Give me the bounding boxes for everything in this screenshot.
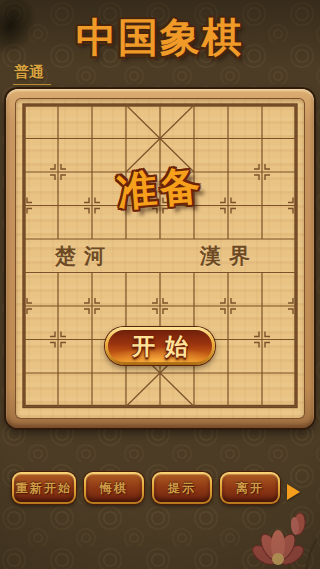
leave-button-label: 离开	[236, 480, 264, 497]
restart-button[interactable]: 重新开始	[12, 472, 76, 504]
toolbar: 重新开始 悔棋 提示 离开	[12, 472, 280, 504]
undo-move-button[interactable]: 悔棋	[84, 472, 144, 504]
restart-button-face: 重新开始	[14, 474, 74, 502]
mode-label: 普通	[13, 63, 51, 85]
river-label-right: 漢界	[197, 242, 261, 270]
river-label-left: 楚河	[52, 242, 116, 270]
leave-button[interactable]: 离开	[220, 472, 280, 504]
undo-move-button-label: 悔棋	[100, 480, 128, 497]
lotus-flower-icon	[244, 507, 320, 569]
start-button[interactable]: 开始	[105, 327, 215, 365]
leave-button-face: 离开	[222, 474, 278, 502]
restart-button-label: 重新开始	[16, 480, 72, 497]
status-overlay-ready: 准备	[115, 157, 205, 219]
hint-button-label: 提示	[168, 480, 196, 497]
page-background: { "game": "xiangqi (Chinese Chess)", "po…	[0, 0, 320, 569]
hint-button-face: 提示	[154, 474, 210, 502]
more-arrow-icon[interactable]	[287, 484, 300, 500]
app-title: 中国象棋	[0, 13, 320, 61]
undo-move-button-face: 悔棋	[86, 474, 142, 502]
xiangqi-board: 楚河 漢界 准备 开始	[6, 89, 314, 428]
hint-button[interactable]: 提示	[152, 472, 212, 504]
start-button-label: 开始	[132, 331, 198, 362]
start-button-face: 开始	[108, 330, 212, 362]
